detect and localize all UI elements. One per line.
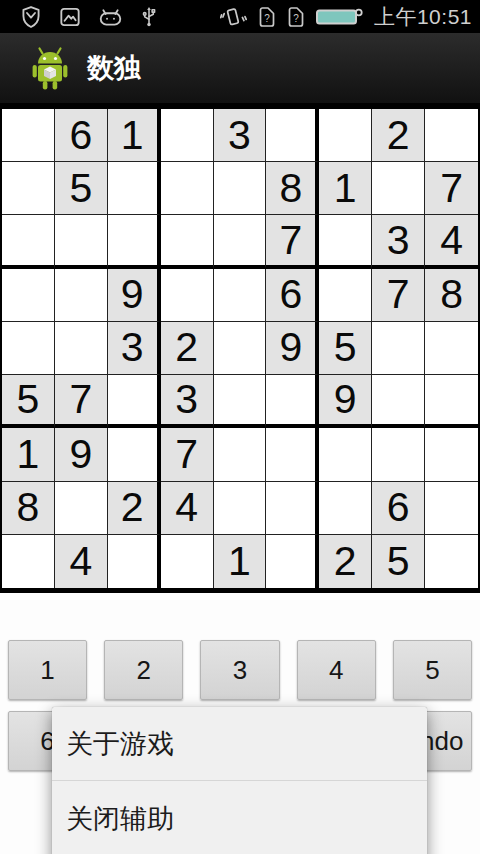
status-bar-left-icons <box>18 4 160 30</box>
sudoku-cell-r8c1[interactable]: 8 <box>2 482 55 535</box>
sudoku-cell-r3c1[interactable] <box>2 215 55 268</box>
gallery-icon <box>57 4 83 30</box>
sudoku-cell-r4c3[interactable]: 9 <box>108 269 161 322</box>
sudoku-cell-r1c3[interactable]: 1 <box>108 109 161 162</box>
sudoku-cell-r4c2[interactable] <box>55 269 108 322</box>
sudoku-cell-r5c3[interactable]: 3 <box>108 322 161 375</box>
sudoku-cell-r2c5[interactable] <box>214 162 267 215</box>
sudoku-cell-r7c5[interactable] <box>214 428 267 481</box>
menu-item-close-assist[interactable]: 关闭辅助 <box>52 781 427 854</box>
sudoku-cell-r7c7[interactable] <box>319 428 372 481</box>
sudoku-cell-r1c9[interactable] <box>425 109 478 162</box>
sudoku-cell-r4c8[interactable]: 7 <box>372 269 425 322</box>
sudoku-cell-r5c6[interactable]: 9 <box>266 322 319 375</box>
sudoku-cell-r5c5[interactable] <box>214 322 267 375</box>
sudoku-board: 6132581773496783295573919782464125 <box>0 103 480 593</box>
sudoku-cell-r4c5[interactable] <box>214 269 267 322</box>
sudoku-cell-r9c8[interactable]: 5 <box>372 535 425 588</box>
sim-missing-icon: ? <box>257 5 277 29</box>
sudoku-cell-r2c8[interactable] <box>372 162 425 215</box>
android-debug-icon <box>96 4 125 30</box>
sudoku-cell-r9c4[interactable] <box>161 535 214 588</box>
menu-item-about-game[interactable]: 关于游戏 <box>52 707 427 780</box>
svg-text:?: ? <box>293 12 299 23</box>
sudoku-cell-r6c7[interactable]: 9 <box>319 375 372 428</box>
keypad-button-4[interactable]: 4 <box>297 640 376 700</box>
sudoku-cell-r9c2[interactable]: 4 <box>55 535 108 588</box>
sudoku-cell-r3c5[interactable] <box>214 215 267 268</box>
sudoku-cell-r1c7[interactable] <box>319 109 372 162</box>
sudoku-cell-r3c8[interactable]: 3 <box>372 215 425 268</box>
sudoku-cell-r6c9[interactable] <box>425 375 478 428</box>
status-bar: ? ? 上午10:51 <box>0 0 480 33</box>
sudoku-cell-r7c6[interactable] <box>266 428 319 481</box>
sudoku-cell-r2c6[interactable]: 8 <box>266 162 319 215</box>
sudoku-cell-r6c3[interactable] <box>108 375 161 428</box>
android-robot-icon <box>28 44 72 92</box>
sudoku-cell-r1c1[interactable] <box>2 109 55 162</box>
sudoku-cell-r8c5[interactable] <box>214 482 267 535</box>
sudoku-cell-r5c4[interactable]: 2 <box>161 322 214 375</box>
keypad-button-3[interactable]: 3 <box>200 640 279 700</box>
sudoku-cell-r8c3[interactable]: 2 <box>108 482 161 535</box>
sudoku-cell-r8c2[interactable] <box>55 482 108 535</box>
sudoku-cell-r4c7[interactable] <box>319 269 372 322</box>
sudoku-cell-r6c8[interactable] <box>372 375 425 428</box>
sim-missing-icon: ? <box>286 5 306 29</box>
battery-icon <box>315 5 363 29</box>
sudoku-cell-r2c2[interactable]: 5 <box>55 162 108 215</box>
sudoku-cell-r7c8[interactable] <box>372 428 425 481</box>
sudoku-cell-r8c9[interactable] <box>425 482 478 535</box>
sudoku-cell-r7c9[interactable] <box>425 428 478 481</box>
sudoku-cell-r8c7[interactable] <box>319 482 372 535</box>
keypad-button-1[interactable]: 1 <box>8 640 87 700</box>
sudoku-cell-r9c6[interactable] <box>266 535 319 588</box>
sudoku-cell-r5c2[interactable] <box>55 322 108 375</box>
sudoku-cell-r3c4[interactable] <box>161 215 214 268</box>
sudoku-cell-r4c6[interactable]: 6 <box>266 269 319 322</box>
sudoku-cell-r1c8[interactable]: 2 <box>372 109 425 162</box>
action-bar: 数独 <box>0 33 480 103</box>
keypad-button-5[interactable]: 5 <box>393 640 472 700</box>
sudoku-cell-r5c9[interactable] <box>425 322 478 375</box>
sudoku-cell-r3c3[interactable] <box>108 215 161 268</box>
sudoku-cell-r1c2[interactable]: 6 <box>55 109 108 162</box>
sudoku-cell-r6c4[interactable]: 3 <box>161 375 214 428</box>
shield-icon <box>18 4 44 30</box>
sudoku-cell-r4c9[interactable]: 8 <box>425 269 478 322</box>
sudoku-cell-r8c6[interactable] <box>266 482 319 535</box>
sudoku-cell-r5c7[interactable]: 5 <box>319 322 372 375</box>
sudoku-cell-r3c2[interactable] <box>55 215 108 268</box>
app-screen: ? ? 上午10:51 <box>0 0 480 854</box>
usb-icon <box>138 4 160 30</box>
sudoku-cell-r6c6[interactable] <box>266 375 319 428</box>
status-time: 上午10:51 <box>374 3 472 31</box>
sudoku-cell-r1c4[interactable] <box>161 109 214 162</box>
sudoku-cell-r2c4[interactable] <box>161 162 214 215</box>
sudoku-cell-r8c4[interactable]: 4 <box>161 482 214 535</box>
sudoku-cell-r9c3[interactable] <box>108 535 161 588</box>
sudoku-cell-r9c7[interactable]: 2 <box>319 535 372 588</box>
sudoku-cell-r5c8[interactable] <box>372 322 425 375</box>
sudoku-cell-r6c1[interactable]: 5 <box>2 375 55 428</box>
sudoku-cell-r4c4[interactable] <box>161 269 214 322</box>
sudoku-cell-r1c5[interactable]: 3 <box>214 109 267 162</box>
sudoku-cell-r1c6[interactable] <box>266 109 319 162</box>
sudoku-cell-r7c1[interactable]: 1 <box>2 428 55 481</box>
svg-text:?: ? <box>264 12 270 23</box>
sudoku-cell-r9c5[interactable]: 1 <box>214 535 267 588</box>
sudoku-cell-r2c3[interactable] <box>108 162 161 215</box>
keypad-row-1: 12345 <box>8 640 472 700</box>
sudoku-cell-r6c5[interactable] <box>214 375 267 428</box>
sudoku-cell-r3c9[interactable]: 4 <box>425 215 478 268</box>
sudoku-cell-r4c1[interactable] <box>2 269 55 322</box>
sudoku-cell-r9c1[interactable] <box>2 535 55 588</box>
keypad-button-2[interactable]: 2 <box>104 640 183 700</box>
vibrate-icon <box>218 4 248 30</box>
sudoku-cell-r8c8[interactable]: 6 <box>372 482 425 535</box>
sudoku-cell-r2c9[interactable]: 7 <box>425 162 478 215</box>
sudoku-cell-r9c9[interactable] <box>425 535 478 588</box>
sudoku-cell-r7c2[interactable]: 9 <box>55 428 108 481</box>
options-menu: 关于游戏 关闭辅助 <box>52 707 427 854</box>
app-title: 数独 <box>87 50 141 86</box>
sudoku-cell-r7c4[interactable]: 7 <box>161 428 214 481</box>
sudoku-cell-r3c7[interactable] <box>319 215 372 268</box>
sudoku-cell-r2c1[interactable] <box>2 162 55 215</box>
sudoku-cell-r2c7[interactable]: 1 <box>319 162 372 215</box>
sudoku-cell-r5c1[interactable] <box>2 322 55 375</box>
sudoku-cell-r3c6[interactable]: 7 <box>266 215 319 268</box>
status-bar-right: ? ? 上午10:51 <box>218 3 472 31</box>
sudoku-cell-r7c3[interactable] <box>108 428 161 481</box>
sudoku-cell-r6c2[interactable]: 7 <box>55 375 108 428</box>
